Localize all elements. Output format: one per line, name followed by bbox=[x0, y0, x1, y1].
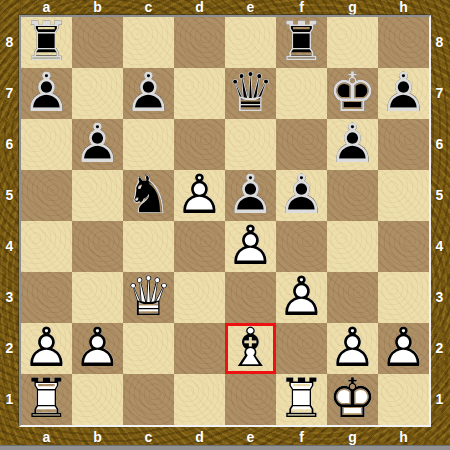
piece-white-pawn[interactable]: ♟♙ bbox=[174, 170, 225, 221]
pawn-outline-glyph: ♙ bbox=[174, 170, 225, 221]
rank-label-8: 8 bbox=[0, 17, 19, 68]
rank-label-3: 3 bbox=[0, 272, 19, 323]
piece-white-pawn[interactable]: ♟♙ bbox=[276, 272, 327, 323]
window-bottom-edge bbox=[0, 445, 450, 450]
pawn-outline-glyph: ♙ bbox=[378, 323, 429, 374]
pawn-outline-glyph: ♙ bbox=[276, 272, 327, 323]
piece-white-queen[interactable]: ♛♕ bbox=[123, 272, 174, 323]
square-d1[interactable] bbox=[174, 374, 225, 425]
square-d4[interactable] bbox=[174, 221, 225, 272]
piece-white-pawn[interactable]: ♟♙ bbox=[225, 221, 276, 272]
rank-label-4: 4 bbox=[429, 221, 450, 272]
piece-white-rook[interactable]: ♜♖ bbox=[276, 374, 327, 425]
square-f5[interactable]: ♟♙ bbox=[276, 170, 327, 221]
piece-black-pawn[interactable]: ♟♙ bbox=[21, 68, 72, 119]
square-g4[interactable] bbox=[327, 221, 378, 272]
pawn-outline-glyph: ♙ bbox=[378, 68, 429, 119]
square-h2[interactable]: ♟♙ bbox=[378, 323, 429, 374]
file-label-a: a bbox=[21, 428, 72, 446]
rank-label-4: 4 bbox=[0, 221, 19, 272]
king-outline-glyph: ♔ bbox=[327, 374, 378, 425]
rank-label-8: 8 bbox=[429, 17, 450, 68]
queen-outline-glyph: ♕ bbox=[123, 272, 174, 323]
square-d8[interactable] bbox=[174, 17, 225, 68]
piece-white-rook[interactable]: ♜♖ bbox=[21, 374, 72, 425]
board-frame-wood: abcdefgh abcdefgh 87654321 87654321 ♜♖♜♖… bbox=[0, 0, 450, 450]
file-label-d: d bbox=[174, 428, 225, 446]
square-c7[interactable]: ♟♙ bbox=[123, 68, 174, 119]
file-label-c: c bbox=[123, 0, 174, 15]
rank-label-5: 5 bbox=[0, 170, 19, 221]
piece-white-pawn[interactable]: ♟♙ bbox=[378, 323, 429, 374]
file-label-b: b bbox=[72, 428, 123, 446]
square-a6[interactable] bbox=[21, 119, 72, 170]
square-e7[interactable]: ♛♕ bbox=[225, 68, 276, 119]
square-b6[interactable]: ♟♙ bbox=[72, 119, 123, 170]
rank-label-3: 3 bbox=[429, 272, 450, 323]
square-a5[interactable] bbox=[21, 170, 72, 221]
square-b8[interactable] bbox=[72, 17, 123, 68]
square-b4[interactable] bbox=[72, 221, 123, 272]
board-bevel-frame: ♜♖♜♖♟♙♟♙♛♕♚♔♟♙♟♙♟♙♞♘♟♙♟♙♟♙♟♙♛♕♟♙♟♙♟♙♝♗♟♙… bbox=[19, 15, 431, 427]
piece-black-pawn[interactable]: ♟♙ bbox=[378, 68, 429, 119]
pawn-outline-glyph: ♙ bbox=[72, 323, 123, 374]
square-g5[interactable] bbox=[327, 170, 378, 221]
square-f1[interactable]: ♜♖ bbox=[276, 374, 327, 425]
rank-label-5: 5 bbox=[429, 170, 450, 221]
rank-label-6: 6 bbox=[0, 119, 19, 170]
rank-labels-right: 87654321 bbox=[429, 17, 450, 425]
piece-black-pawn[interactable]: ♟♙ bbox=[123, 68, 174, 119]
knight-outline-glyph: ♘ bbox=[123, 170, 174, 221]
rank-label-1: 1 bbox=[429, 374, 450, 425]
file-label-d: d bbox=[174, 0, 225, 15]
square-c5[interactable]: ♞♘ bbox=[123, 170, 174, 221]
rank-label-2: 2 bbox=[0, 323, 19, 374]
square-a7[interactable]: ♟♙ bbox=[21, 68, 72, 119]
square-b2[interactable]: ♟♙ bbox=[72, 323, 123, 374]
pawn-outline-glyph: ♙ bbox=[225, 221, 276, 272]
square-e1[interactable] bbox=[225, 374, 276, 425]
square-d2[interactable] bbox=[174, 323, 225, 374]
square-d7[interactable] bbox=[174, 68, 225, 119]
square-h1[interactable] bbox=[378, 374, 429, 425]
rook-outline-glyph: ♖ bbox=[21, 374, 72, 425]
piece-black-queen[interactable]: ♛♕ bbox=[225, 68, 276, 119]
file-label-b: b bbox=[72, 0, 123, 15]
square-d3[interactable] bbox=[174, 272, 225, 323]
square-h5[interactable] bbox=[378, 170, 429, 221]
square-a1[interactable]: ♜♖ bbox=[21, 374, 72, 425]
piece-black-pawn[interactable]: ♟♙ bbox=[327, 119, 378, 170]
rank-label-7: 7 bbox=[429, 68, 450, 119]
piece-white-pawn[interactable]: ♟♙ bbox=[72, 323, 123, 374]
file-label-h: h bbox=[378, 428, 429, 446]
piece-black-rook[interactable]: ♜♖ bbox=[276, 17, 327, 68]
square-b5[interactable] bbox=[72, 170, 123, 221]
rank-label-2: 2 bbox=[429, 323, 450, 374]
square-c3[interactable]: ♛♕ bbox=[123, 272, 174, 323]
rook-outline-glyph: ♖ bbox=[276, 17, 327, 68]
chess-board: ♜♖♜♖♟♙♟♙♛♕♚♔♟♙♟♙♟♙♞♘♟♙♟♙♟♙♟♙♛♕♟♙♟♙♟♙♝♗♟♙… bbox=[21, 17, 429, 425]
square-h7[interactable]: ♟♙ bbox=[378, 68, 429, 119]
piece-black-pawn[interactable]: ♟♙ bbox=[276, 170, 327, 221]
pawn-outline-glyph: ♙ bbox=[276, 170, 327, 221]
pawn-outline-glyph: ♙ bbox=[72, 119, 123, 170]
rook-outline-glyph: ♖ bbox=[276, 374, 327, 425]
file-label-c: c bbox=[123, 428, 174, 446]
file-label-g: g bbox=[327, 0, 378, 15]
piece-white-king[interactable]: ♚♔ bbox=[327, 374, 378, 425]
file-labels-top: abcdefgh bbox=[21, 0, 429, 15]
square-g1[interactable]: ♚♔ bbox=[327, 374, 378, 425]
square-c2[interactable] bbox=[123, 323, 174, 374]
square-e2[interactable]: ♝♗ bbox=[225, 323, 276, 374]
square-g6[interactable]: ♟♙ bbox=[327, 119, 378, 170]
piece-black-pawn[interactable]: ♟♙ bbox=[72, 119, 123, 170]
file-labels-bottom: abcdefgh bbox=[21, 428, 429, 446]
file-label-g: g bbox=[327, 428, 378, 446]
queen-outline-glyph: ♕ bbox=[225, 68, 276, 119]
file-label-e: e bbox=[225, 428, 276, 446]
file-label-e: e bbox=[225, 0, 276, 15]
piece-white-bishop[interactable]: ♝♗ bbox=[225, 323, 276, 374]
rank-label-1: 1 bbox=[0, 374, 19, 425]
pawn-outline-glyph: ♙ bbox=[21, 68, 72, 119]
piece-black-knight[interactable]: ♞♘ bbox=[123, 170, 174, 221]
square-c1[interactable] bbox=[123, 374, 174, 425]
file-label-f: f bbox=[276, 428, 327, 446]
file-label-h: h bbox=[378, 0, 429, 15]
square-h4[interactable] bbox=[378, 221, 429, 272]
square-d5[interactable]: ♟♙ bbox=[174, 170, 225, 221]
rank-labels-left: 87654321 bbox=[0, 17, 19, 425]
square-a4[interactable] bbox=[21, 221, 72, 272]
bishop-outline-glyph: ♗ bbox=[225, 323, 276, 374]
pawn-outline-glyph: ♙ bbox=[327, 119, 378, 170]
rank-label-6: 6 bbox=[429, 119, 450, 170]
square-e4[interactable]: ♟♙ bbox=[225, 221, 276, 272]
square-h6[interactable] bbox=[378, 119, 429, 170]
square-f7[interactable] bbox=[276, 68, 327, 119]
pawn-outline-glyph: ♙ bbox=[123, 68, 174, 119]
rank-label-7: 7 bbox=[0, 68, 19, 119]
square-b1[interactable] bbox=[72, 374, 123, 425]
square-f3[interactable]: ♟♙ bbox=[276, 272, 327, 323]
square-f8[interactable]: ♜♖ bbox=[276, 17, 327, 68]
